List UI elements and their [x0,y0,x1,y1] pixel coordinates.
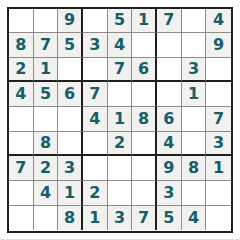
sudoku-cell-given: 4 [34,181,59,206]
sudoku-cell-given: 4 [157,132,182,157]
sudoku-cell-empty[interactable] [206,82,231,107]
sudoku-cell-given: 5 [108,9,133,34]
sudoku-cell-given: 8 [132,107,157,132]
sudoku-cell-empty[interactable] [157,82,182,107]
sudoku-cell-given: 4 [9,82,34,107]
sudoku-cell-empty[interactable] [58,132,83,157]
sudoku-cell-empty[interactable] [157,33,182,58]
sudoku-cell-empty[interactable] [108,181,133,206]
sudoku-cell-given: 8 [58,206,83,231]
sudoku-cell-given: 9 [206,33,231,58]
sudoku-cell-empty[interactable] [9,206,34,231]
sudoku-cell-given: 7 [157,9,182,34]
sudoku-page: 9517487534921763456714186782437239814123… [0,0,240,240]
sudoku-cell-given: 2 [83,181,108,206]
sudoku-cell-given: 3 [182,58,207,83]
sudoku-cell-given: 7 [206,107,231,132]
sudoku-cell-given: 3 [83,33,108,58]
sudoku-cell-empty[interactable] [34,107,59,132]
sudoku-cell-given: 1 [83,206,108,231]
sudoku-cell-given: 8 [9,33,34,58]
sudoku-cell-given: 3 [206,132,231,157]
sudoku-cell-empty[interactable] [182,33,207,58]
sudoku-cell-empty[interactable] [9,132,34,157]
sudoku-cell-empty[interactable] [83,156,108,181]
sudoku-cell-given: 7 [132,206,157,231]
sudoku-cell-empty[interactable] [83,58,108,83]
sudoku-cell-empty[interactable] [157,58,182,83]
sudoku-cell-empty[interactable] [206,181,231,206]
sudoku-cell-given: 4 [108,33,133,58]
sudoku-cell-empty[interactable] [132,132,157,157]
sudoku-cell-empty[interactable] [58,107,83,132]
sudoku-cell-given: 5 [157,206,182,231]
sudoku-cell-empty[interactable] [182,107,207,132]
sudoku-cell-given: 6 [58,82,83,107]
sudoku-cell-given: 1 [58,181,83,206]
sudoku-cell-given: 6 [157,107,182,132]
sudoku-cell-given: 8 [34,132,59,157]
sudoku-cell-given: 2 [34,156,59,181]
sudoku-cell-empty[interactable] [83,9,108,34]
sudoku-cell-given: 1 [34,58,59,83]
sudoku-cell-given: 1 [132,9,157,34]
sudoku-cell-given: 1 [108,107,133,132]
sudoku-cell-given: 3 [58,156,83,181]
sudoku-cell-given: 4 [83,107,108,132]
sudoku-cell-empty[interactable] [34,9,59,34]
sudoku-cell-empty[interactable] [182,9,207,34]
sudoku-cell-given: 4 [182,206,207,231]
sudoku-cell-empty[interactable] [9,9,34,34]
sudoku-cell-empty[interactable] [83,132,108,157]
sudoku-cell-empty[interactable] [182,181,207,206]
sudoku-cell-given: 2 [108,132,133,157]
sudoku-cell-empty[interactable] [206,58,231,83]
sudoku-cell-empty[interactable] [182,132,207,157]
sudoku-cell-given: 2 [9,58,34,83]
sudoku-board: 9517487534921763456714186782437239814123… [7,7,233,233]
sudoku-cell-empty[interactable] [58,58,83,83]
sudoku-cell-given: 8 [182,156,207,181]
sudoku-cell-empty[interactable] [9,181,34,206]
sudoku-cell-empty[interactable] [132,33,157,58]
sudoku-cell-given: 7 [108,58,133,83]
sudoku-cell-given: 5 [34,82,59,107]
sudoku-cell-given: 7 [34,33,59,58]
sudoku-cell-empty[interactable] [108,156,133,181]
sudoku-cell-given: 4 [206,9,231,34]
sudoku-cell-given: 9 [157,156,182,181]
sudoku-cell-given: 7 [9,156,34,181]
sudoku-cell-empty[interactable] [206,206,231,231]
sudoku-cell-empty[interactable] [132,156,157,181]
sudoku-cell-empty[interactable] [34,206,59,231]
sudoku-cell-given: 7 [83,82,108,107]
sudoku-cell-given: 1 [206,156,231,181]
sudoku-cell-empty[interactable] [108,82,133,107]
sudoku-cell-given: 1 [182,82,207,107]
sudoku-cell-given: 3 [108,206,133,231]
sudoku-cell-empty[interactable] [9,107,34,132]
sudoku-cell-empty[interactable] [132,181,157,206]
sudoku-cell-given: 5 [58,33,83,58]
sudoku-cell-given: 6 [132,58,157,83]
sudoku-cell-given: 9 [58,9,83,34]
sudoku-cell-given: 3 [157,181,182,206]
sudoku-cell-empty[interactable] [132,82,157,107]
